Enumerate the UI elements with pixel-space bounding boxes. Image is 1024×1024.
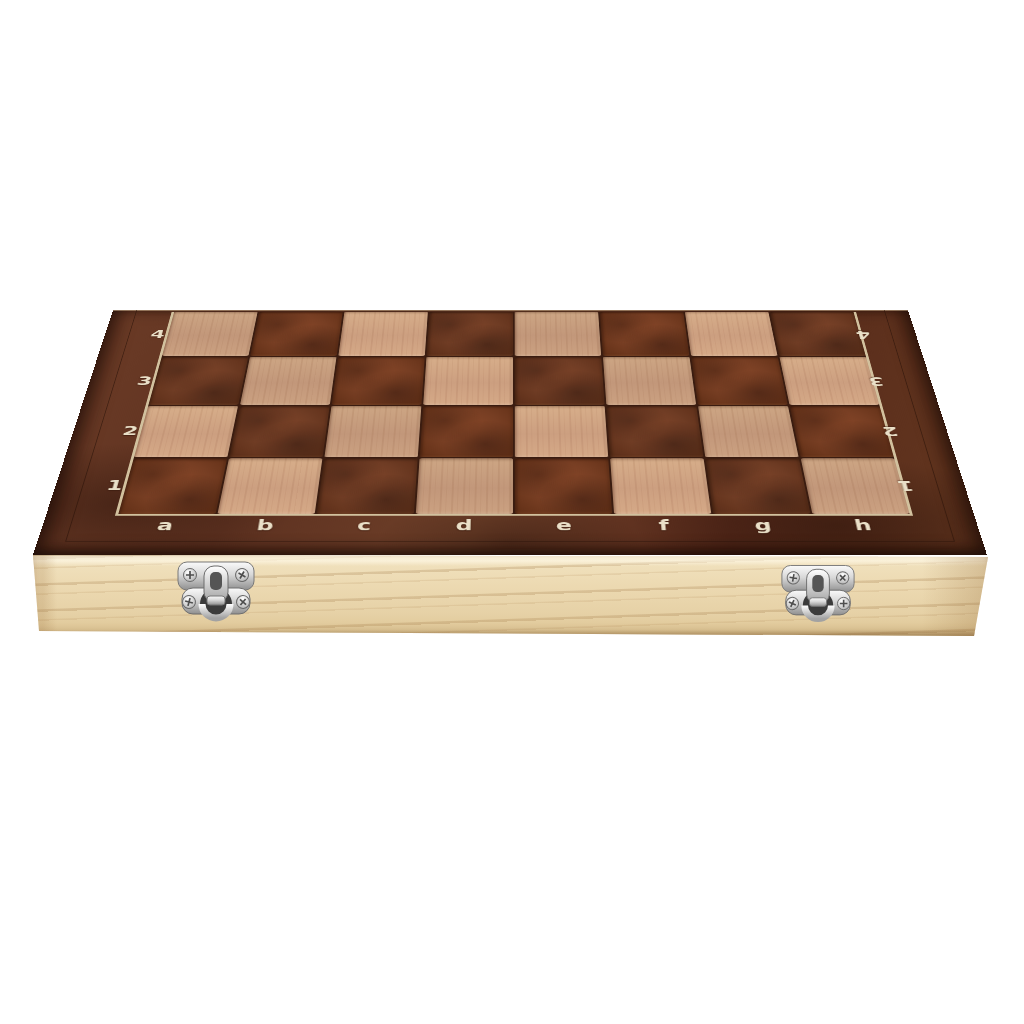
file-label-d: d bbox=[446, 516, 482, 536]
board-lid: 4 3 2 1 4 3 2 1 a b c d e f g h bbox=[33, 310, 987, 555]
chessboard-squares bbox=[115, 312, 913, 516]
rank-label-left-3: 3 bbox=[128, 373, 161, 389]
square-c2 bbox=[324, 406, 421, 457]
file-label-b: b bbox=[246, 516, 285, 536]
square-e3 bbox=[515, 357, 605, 405]
file-label-a: a bbox=[145, 516, 185, 536]
square-d4 bbox=[427, 312, 513, 356]
file-label-h: h bbox=[843, 516, 883, 536]
file-label-g: g bbox=[744, 516, 783, 536]
rank-label-right-2: 2 bbox=[873, 422, 907, 439]
square-a3 bbox=[149, 357, 249, 405]
square-d2 bbox=[420, 406, 513, 457]
square-e4 bbox=[515, 312, 602, 356]
file-label-e: e bbox=[546, 516, 582, 536]
file-label-f: f bbox=[645, 516, 682, 536]
square-f1 bbox=[610, 458, 711, 514]
square-g3 bbox=[691, 357, 787, 405]
rank-label-right-1: 1 bbox=[888, 476, 924, 495]
square-g2 bbox=[698, 406, 799, 457]
rank-label-right-4: 4 bbox=[848, 327, 879, 342]
file-label-c: c bbox=[345, 516, 382, 536]
square-b2 bbox=[229, 406, 329, 457]
square-e2 bbox=[515, 406, 608, 457]
square-d3 bbox=[423, 357, 513, 405]
square-a2 bbox=[134, 406, 238, 457]
square-b4 bbox=[250, 312, 343, 356]
square-b1 bbox=[217, 458, 322, 514]
square-g4 bbox=[685, 312, 778, 356]
rank-label-left-1: 1 bbox=[97, 476, 133, 495]
square-g1 bbox=[705, 458, 810, 514]
rank-label-right-3: 3 bbox=[860, 373, 893, 389]
square-a1 bbox=[118, 458, 227, 514]
square-c4 bbox=[338, 312, 428, 356]
latch-left bbox=[174, 556, 258, 628]
square-e1 bbox=[515, 458, 612, 514]
square-f4 bbox=[600, 312, 690, 356]
square-d1 bbox=[416, 458, 513, 514]
product-photo: 4 3 2 1 4 3 2 1 a b c d e f g h bbox=[0, 0, 1024, 1024]
square-f2 bbox=[606, 406, 703, 457]
rank-label-left-2: 2 bbox=[113, 422, 147, 439]
board-burl-border: 4 3 2 1 4 3 2 1 a b c d e f g h bbox=[33, 310, 987, 555]
square-b3 bbox=[240, 357, 336, 405]
square-a4 bbox=[162, 312, 258, 356]
latch-right bbox=[778, 560, 858, 628]
square-c3 bbox=[332, 357, 425, 405]
rank-label-left-4: 4 bbox=[142, 327, 173, 342]
square-f3 bbox=[603, 357, 696, 405]
square-c1 bbox=[317, 458, 418, 514]
